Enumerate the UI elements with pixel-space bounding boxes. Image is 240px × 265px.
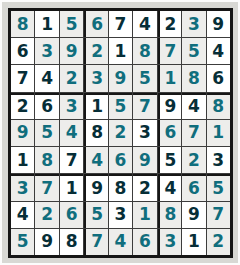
cell-r4c2[interactable]: 6 <box>35 93 58 119</box>
cell-r2c2[interactable]: 3 <box>35 38 58 64</box>
cell-r6c7[interactable]: 5 <box>158 147 181 173</box>
cell-r1c9[interactable]: 9 <box>207 11 230 37</box>
cell-r3c2[interactable]: 4 <box>35 65 58 91</box>
sudoku-board: 8156742396392187547423951862631579489548… <box>8 8 233 258</box>
cell-r4c9[interactable]: 8 <box>207 93 230 119</box>
cell-r7c6[interactable]: 2 <box>133 174 156 200</box>
cell-r8c6[interactable]: 1 <box>133 202 156 228</box>
cell-r7c9[interactable]: 5 <box>207 174 230 200</box>
cell-r9c8[interactable]: 1 <box>182 229 205 255</box>
cell-r6c3[interactable]: 7 <box>60 147 83 173</box>
cell-r8c3[interactable]: 6 <box>60 202 83 228</box>
cell-r9c6[interactable]: 6 <box>133 229 156 255</box>
cell-r2c1[interactable]: 6 <box>11 38 34 64</box>
cell-r9c5[interactable]: 4 <box>109 229 132 255</box>
cell-r7c8[interactable]: 6 <box>182 174 205 200</box>
cell-r9c3[interactable]: 8 <box>60 229 83 255</box>
cell-r2c3[interactable]: 9 <box>60 38 83 64</box>
cell-r5c8[interactable]: 7 <box>182 120 205 146</box>
cell-r3c9[interactable]: 6 <box>207 65 230 91</box>
cell-r3c6[interactable]: 5 <box>133 65 156 91</box>
cell-r5c7[interactable]: 6 <box>158 120 181 146</box>
cell-r2c9[interactable]: 4 <box>207 38 230 64</box>
cell-r9c9[interactable]: 2 <box>207 229 230 255</box>
cell-r5c6[interactable]: 3 <box>133 120 156 146</box>
cell-r7c3[interactable]: 1 <box>60 174 83 200</box>
cell-r8c7[interactable]: 8 <box>158 202 181 228</box>
cell-r5c1[interactable]: 9 <box>11 120 34 146</box>
cell-r3c7[interactable]: 1 <box>158 65 181 91</box>
cell-r1c8[interactable]: 3 <box>182 11 205 37</box>
page-background: 8156742396392187547423951862631579489548… <box>0 0 240 265</box>
cell-r8c9[interactable]: 7 <box>207 202 230 228</box>
cell-r1c3[interactable]: 5 <box>60 11 83 37</box>
cell-r2c5[interactable]: 1 <box>109 38 132 64</box>
cell-r9c2[interactable]: 9 <box>35 229 58 255</box>
cell-r9c7[interactable]: 3 <box>158 229 181 255</box>
cell-r1c1[interactable]: 8 <box>11 11 34 37</box>
cell-r2c4[interactable]: 2 <box>84 38 107 64</box>
cell-r4c8[interactable]: 4 <box>182 93 205 119</box>
cell-r2c8[interactable]: 5 <box>182 38 205 64</box>
cell-r5c2[interactable]: 5 <box>35 120 58 146</box>
cell-r6c5[interactable]: 6 <box>109 147 132 173</box>
cell-r7c4[interactable]: 9 <box>84 174 107 200</box>
cell-r4c5[interactable]: 5 <box>109 93 132 119</box>
cell-r1c4[interactable]: 6 <box>84 11 107 37</box>
cell-r4c6[interactable]: 7 <box>133 93 156 119</box>
cell-r1c2[interactable]: 1 <box>35 11 58 37</box>
cell-r2c6[interactable]: 8 <box>133 38 156 64</box>
cell-r1c5[interactable]: 7 <box>109 11 132 37</box>
cell-r6c6[interactable]: 9 <box>133 147 156 173</box>
cell-r9c4[interactable]: 7 <box>84 229 107 255</box>
cell-r6c8[interactable]: 2 <box>182 147 205 173</box>
cell-r6c4[interactable]: 4 <box>84 147 107 173</box>
cell-r1c6[interactable]: 4 <box>133 11 156 37</box>
cell-r9c1[interactable]: 5 <box>11 229 34 255</box>
cell-r6c9[interactable]: 3 <box>207 147 230 173</box>
cell-r5c5[interactable]: 2 <box>109 120 132 146</box>
cell-r8c4[interactable]: 5 <box>84 202 107 228</box>
cell-r4c7[interactable]: 9 <box>158 93 181 119</box>
cell-r5c9[interactable]: 1 <box>207 120 230 146</box>
cell-r3c1[interactable]: 7 <box>11 65 34 91</box>
cell-r5c3[interactable]: 4 <box>60 120 83 146</box>
cell-r6c1[interactable]: 1 <box>11 147 34 173</box>
cell-r4c4[interactable]: 1 <box>84 93 107 119</box>
cell-r3c8[interactable]: 8 <box>182 65 205 91</box>
cell-r6c2[interactable]: 8 <box>35 147 58 173</box>
cell-r1c7[interactable]: 2 <box>158 11 181 37</box>
cell-r4c1[interactable]: 2 <box>11 93 34 119</box>
cell-r7c1[interactable]: 3 <box>11 174 34 200</box>
cell-r3c3[interactable]: 2 <box>60 65 83 91</box>
cell-r5c4[interactable]: 8 <box>84 120 107 146</box>
cell-r4c3[interactable]: 3 <box>60 93 83 119</box>
cell-r7c5[interactable]: 8 <box>109 174 132 200</box>
cell-r8c5[interactable]: 3 <box>109 202 132 228</box>
cell-r8c2[interactable]: 2 <box>35 202 58 228</box>
cell-r7c2[interactable]: 7 <box>35 174 58 200</box>
cell-r7c7[interactable]: 4 <box>158 174 181 200</box>
cell-r8c8[interactable]: 9 <box>182 202 205 228</box>
cell-r2c7[interactable]: 7 <box>158 38 181 64</box>
cell-r3c4[interactable]: 3 <box>84 65 107 91</box>
cell-r3c5[interactable]: 9 <box>109 65 132 91</box>
cell-r8c1[interactable]: 4 <box>11 202 34 228</box>
